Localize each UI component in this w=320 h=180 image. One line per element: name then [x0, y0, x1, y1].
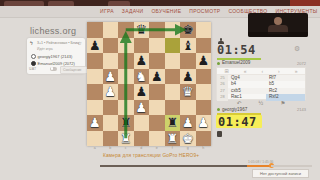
square-e6[interactable]	[149, 53, 165, 69]
video-progress-watched[interactable]	[100, 165, 247, 168]
square-c8[interactable]	[118, 22, 134, 38]
square-e8[interactable]	[149, 22, 165, 38]
square-c5[interactable]	[118, 69, 134, 85]
square-c6[interactable]	[118, 53, 134, 69]
square-b5[interactable]: ♟	[103, 69, 119, 85]
game-action-buttons: ↶½⚑	[228, 100, 294, 107]
video-title: Камера для трансляции GoPro HERO9+	[103, 153, 313, 158]
webcam-controls[interactable]	[248, 32, 308, 37]
square-g3[interactable]	[180, 100, 196, 116]
resign-flag-icon[interactable]: ⚑	[280, 100, 285, 107]
top-clock: 01:54	[217, 43, 256, 57]
black-piece-d8[interactable]: ♛	[134, 22, 150, 38]
square-h6[interactable]: ♟	[196, 53, 212, 69]
square-c4[interactable]	[118, 84, 134, 100]
chat-label: ЧАТ	[29, 67, 37, 71]
square-f8[interactable]	[165, 22, 181, 38]
video-tooltip: Нет доступной записи	[252, 169, 309, 178]
bookmark-star-icon[interactable]: ☆	[78, 40, 82, 46]
nav-item[interactable]: ОБУЧЕНИЕ	[151, 8, 181, 14]
chat-input[interactable]: Сообщение	[60, 66, 88, 74]
square-e1[interactable]	[149, 131, 165, 147]
square-a5[interactable]	[87, 69, 103, 85]
square-e4[interactable]	[149, 84, 165, 100]
online-dot	[217, 62, 220, 65]
bottom-clock-active: 01:47	[216, 115, 262, 128]
black-player-row[interactable]: Emanuel2009 2072	[216, 60, 306, 67]
square-g7[interactable]: ♝	[180, 38, 196, 54]
white-piece-h2[interactable]: ♟	[196, 115, 212, 131]
chat-toggle[interactable]	[50, 67, 57, 71]
black-piece-d6[interactable]: ♟	[134, 53, 150, 69]
square-a4[interactable]	[87, 84, 103, 100]
white-piece-f1[interactable]: ♜	[165, 131, 181, 147]
square-c2[interactable]: ♜	[118, 115, 134, 131]
zen-icon[interactable]	[217, 131, 222, 137]
white-piece-b5[interactable]: ♟	[103, 69, 119, 85]
black-player-name[interactable]: Emanuel2009	[222, 60, 250, 65]
square-h3[interactable]	[196, 100, 212, 116]
square-c1[interactable]: ♜	[118, 131, 134, 147]
square-d2[interactable]	[134, 115, 150, 131]
square-c3[interactable]	[118, 100, 134, 116]
square-b8[interactable]	[103, 22, 119, 38]
streamer-face	[274, 17, 282, 25]
square-d5[interactable]: ♞	[134, 69, 150, 85]
chat-row: ЧАТ Сообщение	[29, 66, 83, 73]
square-g4[interactable]: ♛	[180, 84, 196, 100]
square-h2[interactable]: ♟	[196, 115, 212, 131]
blitz-icon: ϟ	[30, 40, 33, 46]
black-piece-a7[interactable]: ♟	[87, 38, 103, 54]
square-a7[interactable]: ♟	[87, 38, 103, 54]
black-piece-e5[interactable]: ♟	[149, 69, 165, 85]
square-g8[interactable]: ♚	[180, 22, 196, 38]
square-f4[interactable]	[165, 84, 181, 100]
square-b4[interactable]: ♟	[103, 84, 119, 100]
nav-item[interactable]: ИГРА	[100, 8, 114, 14]
white-piece-g4[interactable]: ♛	[180, 84, 196, 100]
white-piece-a2[interactable]: ♟	[87, 115, 103, 131]
square-f1[interactable]: ♜	[165, 131, 181, 147]
video-progress-remaining[interactable]	[271, 165, 312, 168]
white-player-rating: 2143	[297, 107, 306, 112]
move-nav-icon[interactable]: ⊞	[224, 68, 228, 74]
chess-board: ♛♚♟♝♟♟♟♞♟♟♟♟♛♟♟♜♜♟♟♜♜♚	[87, 22, 211, 146]
square-a8[interactable]	[87, 22, 103, 38]
gear-icon[interactable]: ⚙	[294, 45, 300, 53]
square-a2[interactable]: ♟	[87, 115, 103, 131]
white-piece-c1[interactable]: ♜	[118, 131, 134, 147]
screen: ИГРАЗАДАЧИОБУЧЕНИЕПРОСМОТРСООБЩЕСТВОИНСТ…	[0, 0, 320, 180]
square-e5[interactable]: ♟	[149, 69, 165, 85]
game-status-label: Идёт игра	[37, 47, 53, 51]
white-color-dot	[31, 54, 36, 59]
square-b3[interactable]	[103, 100, 119, 116]
square-a3[interactable]	[87, 100, 103, 116]
square-d6[interactable]: ♟	[134, 53, 150, 69]
online-dot	[217, 108, 220, 111]
move-nav-icon[interactable]: «	[244, 68, 247, 74]
move-list: ⊞«‹›» 25Qg4Rf726b4b527cxb5Rc228Rac1Rxf2	[216, 67, 306, 100]
webcam-overlay	[248, 13, 308, 37]
square-g2[interactable]: ♟	[180, 115, 196, 131]
black-player-rating: 2072	[297, 61, 306, 66]
square-h1[interactable]	[196, 131, 212, 147]
square-g1[interactable]: ♚	[180, 131, 196, 147]
square-d4[interactable]: ♟	[134, 84, 150, 100]
white-piece-g2[interactable]: ♟	[180, 115, 196, 131]
black-piece-f2[interactable]: ♜	[165, 115, 181, 131]
white-player-line[interactable]: georgiy1967 (2143)	[31, 54, 72, 59]
square-d1[interactable]	[134, 131, 150, 147]
square-a1[interactable]	[87, 131, 103, 147]
square-f3[interactable]	[165, 100, 181, 116]
move-nav-buttons: ⊞«‹›»	[217, 68, 305, 75]
draw-offer-icon[interactable]: ½	[259, 100, 264, 107]
move-nav-icon[interactable]: ‹	[261, 68, 263, 74]
square-e7[interactable]	[149, 38, 165, 54]
square-d8[interactable]: ♛	[134, 22, 150, 38]
square-h4[interactable]	[196, 84, 212, 100]
square-d3[interactable]: ♟	[134, 100, 150, 116]
black-piece-h6[interactable]: ♟	[196, 53, 212, 69]
white-player-name[interactable]: georgiy1967	[222, 107, 247, 112]
white-piece-d5[interactable]: ♞	[134, 69, 150, 85]
square-h5[interactable]	[196, 69, 212, 85]
black-piece-g5[interactable]: ♟	[180, 69, 196, 85]
square-f6[interactable]	[165, 53, 181, 69]
white-piece-g1[interactable]: ♚	[180, 131, 196, 147]
square-e2[interactable]	[149, 115, 165, 131]
black-piece-g7[interactable]: ♝	[180, 38, 196, 54]
square-b7[interactable]	[103, 38, 119, 54]
video-progress-active[interactable]	[247, 165, 271, 168]
black-piece-c2[interactable]: ♜	[118, 115, 134, 131]
square-b6[interactable]	[103, 53, 119, 69]
move-number: 28	[217, 94, 228, 100]
white-piece-d3[interactable]: ♟	[134, 100, 150, 116]
square-d7[interactable]	[134, 38, 150, 54]
time-control-label: 3+1 • Рейтинговая • Блиц	[37, 41, 79, 45]
square-e3[interactable]	[149, 100, 165, 116]
move-nav-icon[interactable]: ›	[278, 68, 280, 74]
square-g5[interactable]: ♟	[180, 69, 196, 85]
square-f2[interactable]: ♜	[165, 115, 181, 131]
square-b2[interactable]	[103, 115, 119, 131]
square-a6[interactable]	[87, 53, 103, 69]
square-f5[interactable]	[165, 69, 181, 85]
square-h7[interactable]	[196, 38, 212, 54]
black-piece-d4[interactable]: ♟	[134, 84, 150, 100]
black-piece-g8[interactable]: ♚	[180, 22, 196, 38]
square-c7[interactable]	[118, 38, 134, 54]
square-h8[interactable]	[196, 22, 212, 38]
square-g6[interactable]	[180, 53, 196, 69]
square-f7[interactable]	[165, 38, 181, 54]
takeback-icon[interactable]: ↶	[237, 100, 242, 107]
file-coordinates: abcdefgh	[87, 146, 211, 150]
square-b1[interactable]	[103, 131, 119, 147]
nav-item[interactable]: ЗАДАЧИ	[122, 8, 144, 14]
white-piece-b4[interactable]: ♟	[103, 84, 119, 100]
lichess-logo[interactable]: lichess.org	[30, 26, 76, 36]
move-nav-icon[interactable]: »	[295, 68, 298, 74]
nav-item[interactable]: ПРОСМОТР	[189, 8, 220, 14]
